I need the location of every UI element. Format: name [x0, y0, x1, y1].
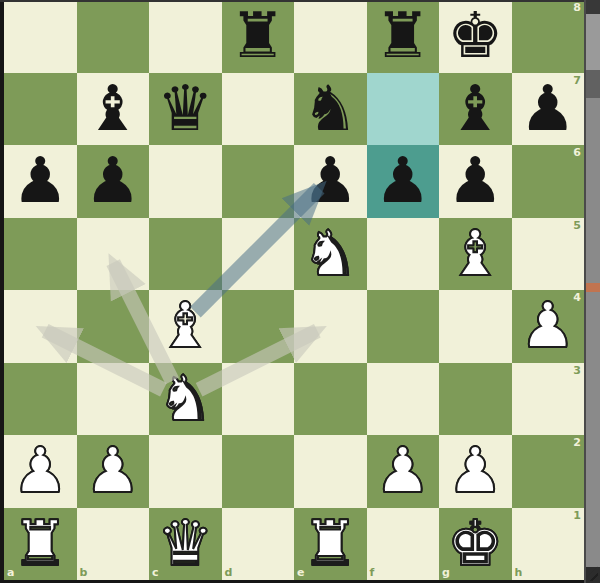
square-c6[interactable]: [149, 145, 222, 218]
square-d2[interactable]: [222, 435, 295, 508]
square-e3[interactable]: [294, 363, 367, 436]
white-bishop-c4[interactable]: ♝: [157, 290, 213, 363]
square-d6[interactable]: [222, 145, 295, 218]
page-scrollbar[interactable]: [584, 0, 600, 583]
square-a1[interactable]: ♜: [4, 508, 77, 581]
square-h2[interactable]: [512, 435, 585, 508]
square-g4[interactable]: [439, 290, 512, 363]
square-h8[interactable]: [512, 0, 585, 73]
black-pawn-e6[interactable]: ♟: [302, 145, 358, 218]
square-h7[interactable]: ♟: [512, 73, 585, 146]
black-rook-d8[interactable]: ♜: [230, 0, 286, 73]
scrollbar-segment-5[interactable]: [586, 292, 600, 567]
square-c7[interactable]: ♛: [149, 73, 222, 146]
square-d4[interactable]: [222, 290, 295, 363]
square-d5[interactable]: [222, 218, 295, 291]
square-e5[interactable]: ♞: [294, 218, 367, 291]
square-d7[interactable]: [222, 73, 295, 146]
square-d3[interactable]: [222, 363, 295, 436]
square-h1[interactable]: [512, 508, 585, 581]
square-b4[interactable]: [77, 290, 150, 363]
square-f8[interactable]: ♜: [367, 0, 440, 73]
square-a2[interactable]: ♟: [4, 435, 77, 508]
square-g7[interactable]: ♝: [439, 73, 512, 146]
black-pawn-g6[interactable]: ♟: [447, 145, 503, 218]
square-f4[interactable]: [367, 290, 440, 363]
black-pawn-h7[interactable]: ♟: [520, 73, 576, 146]
chess-app-window: ♜♜♚♝♛♞♝♟♟♟♟♟♟♞♝♝♟♞♟♟♟♟♜♛♜♚87654321abcdef…: [0, 0, 600, 583]
black-queen-c7[interactable]: ♛: [157, 73, 213, 146]
black-pawn-a6[interactable]: ♟: [12, 145, 68, 218]
white-rook-a1[interactable]: ♜: [12, 508, 68, 581]
scrollbar-marker: [586, 283, 600, 292]
scrollbar-segment-3[interactable]: [586, 98, 600, 283]
black-pawn-b6[interactable]: ♟: [85, 145, 141, 218]
square-e4[interactable]: [294, 290, 367, 363]
square-c4[interactable]: ♝: [149, 290, 222, 363]
square-g1[interactable]: ♚: [439, 508, 512, 581]
black-pawn-f6[interactable]: ♟: [375, 145, 431, 218]
white-knight-e5[interactable]: ♞: [302, 218, 358, 291]
square-b2[interactable]: ♟: [77, 435, 150, 508]
square-c8[interactable]: [149, 0, 222, 73]
square-c5[interactable]: [149, 218, 222, 291]
black-knight-e7[interactable]: ♞: [302, 73, 358, 146]
square-e6[interactable]: ♟: [294, 145, 367, 218]
scrollbar-segment-1[interactable]: [586, 14, 600, 70]
white-king-g1[interactable]: ♚: [447, 508, 503, 581]
square-g3[interactable]: [439, 363, 512, 436]
chess-board: ♜♜♚♝♛♞♝♟♟♟♟♟♟♞♝♝♟♞♟♟♟♟♜♛♜♚87654321abcdef…: [4, 0, 584, 580]
square-f3[interactable]: [367, 363, 440, 436]
black-rook-f8[interactable]: ♜: [375, 0, 431, 73]
square-a4[interactable]: [4, 290, 77, 363]
square-h3[interactable]: [512, 363, 585, 436]
square-c3[interactable]: ♞: [149, 363, 222, 436]
square-c2[interactable]: [149, 435, 222, 508]
square-f7[interactable]: [367, 73, 440, 146]
square-g6[interactable]: ♟: [439, 145, 512, 218]
square-a6[interactable]: ♟: [4, 145, 77, 218]
white-knight-c3[interactable]: ♞: [157, 363, 213, 436]
square-e8[interactable]: [294, 0, 367, 73]
square-g5[interactable]: ♝: [439, 218, 512, 291]
square-b7[interactable]: ♝: [77, 73, 150, 146]
square-g8[interactable]: ♚: [439, 0, 512, 73]
square-h4[interactable]: ♟: [512, 290, 585, 363]
square-f1[interactable]: [367, 508, 440, 581]
square-e1[interactable]: ♜: [294, 508, 367, 581]
white-pawn-b2[interactable]: ♟: [85, 435, 141, 508]
black-bishop-b7[interactable]: ♝: [85, 73, 141, 146]
white-queen-c1[interactable]: ♛: [157, 508, 213, 581]
square-b8[interactable]: [77, 0, 150, 73]
square-e2[interactable]: [294, 435, 367, 508]
square-b5[interactable]: [77, 218, 150, 291]
square-a7[interactable]: [4, 73, 77, 146]
square-d8[interactable]: ♜: [222, 0, 295, 73]
square-a8[interactable]: [4, 0, 77, 73]
square-a5[interactable]: [4, 218, 77, 291]
square-b1[interactable]: [77, 508, 150, 581]
square-b3[interactable]: [77, 363, 150, 436]
square-e7[interactable]: ♞: [294, 73, 367, 146]
scrollbar-segment-0: [586, 0, 600, 14]
scrollbar-segment-2: [586, 70, 600, 98]
white-pawn-h4[interactable]: ♟: [520, 290, 576, 363]
square-a3[interactable]: [4, 363, 77, 436]
square-b6[interactable]: ♟: [77, 145, 150, 218]
square-f5[interactable]: [367, 218, 440, 291]
square-d1[interactable]: [222, 508, 295, 581]
white-pawn-f2[interactable]: ♟: [375, 435, 431, 508]
square-h5[interactable]: [512, 218, 585, 291]
white-pawn-a2[interactable]: ♟: [12, 435, 68, 508]
black-bishop-g7[interactable]: ♝: [447, 73, 503, 146]
square-c1[interactable]: ♛: [149, 508, 222, 581]
white-rook-e1[interactable]: ♜: [302, 508, 358, 581]
square-h6[interactable]: [512, 145, 585, 218]
white-bishop-g5[interactable]: ♝: [447, 218, 503, 291]
black-king-g8[interactable]: ♚: [447, 0, 503, 73]
white-pawn-g2[interactable]: ♟: [447, 435, 503, 508]
square-g2[interactable]: ♟: [439, 435, 512, 508]
square-f2[interactable]: ♟: [367, 435, 440, 508]
square-f6[interactable]: ♟: [367, 145, 440, 218]
